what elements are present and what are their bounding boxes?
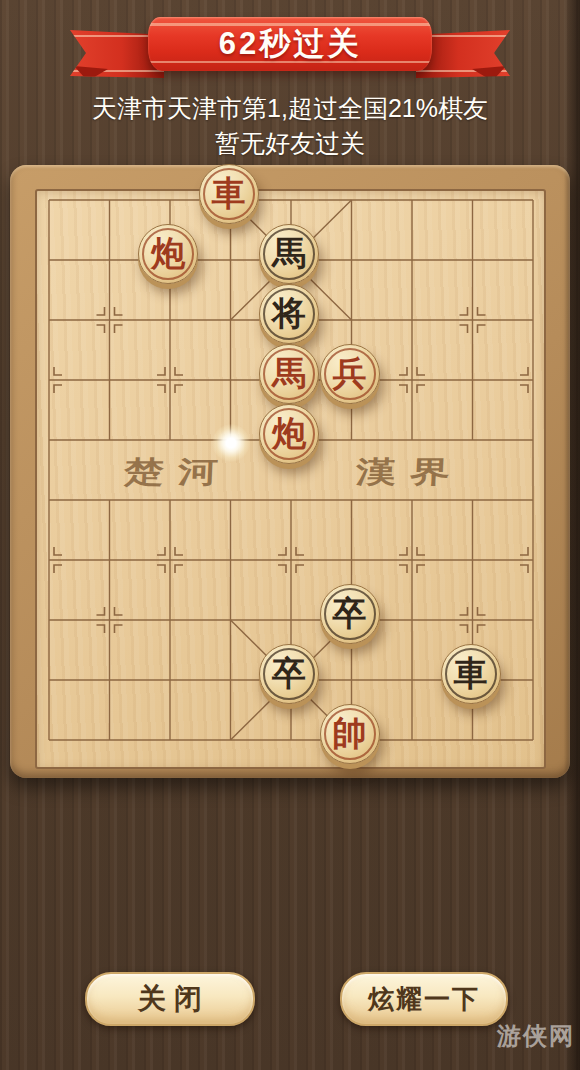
piece-glyph: 炮 [139,225,197,283]
piece-red-king[interactable]: 帥 [320,704,380,764]
piece-red-cannon[interactable]: 炮 [259,404,319,464]
piece-black-chariot[interactable]: 車 [441,644,501,704]
banner-title: 62秒过关 [219,23,361,65]
piece-black-king[interactable]: 将 [259,284,319,344]
piece-black-horse[interactable]: 馬 [259,224,319,284]
piece-glyph: 馬 [260,225,318,283]
piece-glyph: 卒 [260,645,318,703]
piece-glyph: 卒 [321,585,379,643]
result-banner: 62秒过关 [0,0,580,95]
banner-curl-right [472,66,506,81]
piece-glyph: 帥 [321,705,379,763]
piece-glyph: 兵 [321,345,379,403]
banner-curl-left [74,66,108,81]
piece-red-pawn[interactable]: 兵 [320,344,380,404]
screen: 62秒过关 天津市天津市第1,超过全国21%棋友 暂无好友过关 楚河 漢界 車炮… [0,0,580,1070]
piece-red-cannon[interactable]: 炮 [138,224,198,284]
friends-text: 暂无好友过关 [0,127,580,160]
piece-glyph: 車 [200,165,258,223]
piece-glyph: 炮 [260,405,318,463]
close-button[interactable]: 关闭 [85,972,255,1026]
piece-grid: 車炮馬将馬兵炮卒卒車帥 [19,170,564,770]
piece-glyph: 車 [442,645,500,703]
piece-red-chariot[interactable]: 車 [199,164,259,224]
piece-red-horse[interactable]: 馬 [259,344,319,404]
rank-text: 天津市天津市第1,超过全国21%棋友 [0,92,580,125]
xiangqi-board: 楚河 漢界 車炮馬将馬兵炮卒卒車帥 [10,165,570,778]
piece-glyph: 馬 [260,345,318,403]
brag-button[interactable]: 炫耀一下 [340,972,508,1026]
banner-panel: 62秒过关 [148,17,432,71]
site-watermark: 游侠网 [497,1020,575,1052]
piece-black-pawn[interactable]: 卒 [259,644,319,704]
piece-glyph: 将 [260,285,318,343]
piece-black-pawn[interactable]: 卒 [320,584,380,644]
